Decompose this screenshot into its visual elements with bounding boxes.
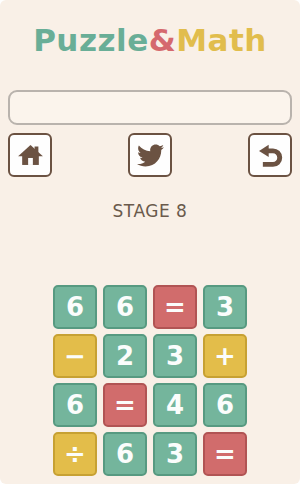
tile-r1c4[interactable]: 3: [203, 285, 247, 329]
app-title: Puzzle&Math: [0, 23, 300, 57]
twitter-share-button[interactable]: [128, 133, 172, 177]
undo-icon: [257, 142, 284, 169]
tile-r2c3[interactable]: 3: [153, 334, 197, 378]
app-screen: Puzzle&Math: [0, 0, 300, 484]
tile-r2c4[interactable]: +: [203, 334, 247, 378]
tile-r4c1[interactable]: ÷: [53, 432, 97, 476]
tile-r2c2[interactable]: 2: [103, 334, 147, 378]
home-icon: [17, 142, 44, 169]
tile-r3c4[interactable]: 6: [203, 383, 247, 427]
undo-button[interactable]: [248, 133, 292, 177]
tile-r3c2[interactable]: =: [103, 383, 147, 427]
twitter-icon: [137, 142, 164, 169]
tile-r3c3[interactable]: 4: [153, 383, 197, 427]
tile-r4c3[interactable]: 3: [153, 432, 197, 476]
tile-r4c4[interactable]: =: [203, 432, 247, 476]
title-ampersand: &: [149, 22, 177, 58]
stage-label: STAGE 8: [0, 201, 300, 221]
puzzle-grid: 66=3−23+6=46÷63=: [53, 285, 247, 476]
answer-display: [8, 90, 292, 125]
tile-r4c2[interactable]: 6: [103, 432, 147, 476]
tile-r3c1[interactable]: 6: [53, 383, 97, 427]
tile-r1c2[interactable]: 6: [103, 285, 147, 329]
tile-r1c3[interactable]: =: [153, 285, 197, 329]
home-button[interactable]: [8, 133, 52, 177]
tile-r1c1[interactable]: 6: [53, 285, 97, 329]
title-part-math: Math: [176, 22, 267, 58]
tile-r2c1[interactable]: −: [53, 334, 97, 378]
title-part-puzzle: Puzzle: [33, 22, 149, 58]
